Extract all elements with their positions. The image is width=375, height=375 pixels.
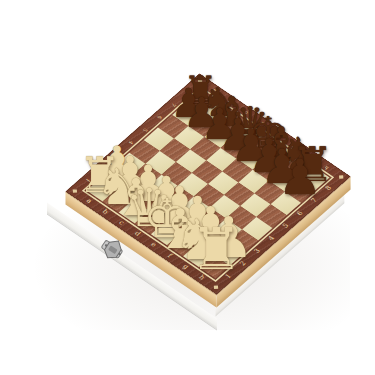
- chess-set-photo: aabbccddeeffgghh1122334455667788 ♜♞♝♛♚♝♞…: [0, 0, 375, 375]
- frame-corner-ornament-3: [214, 286, 218, 289]
- frame-corner-ornament-1: [339, 175, 343, 178]
- frame-corner-ornament-2: [73, 189, 77, 192]
- frame-corner-ornament-0: [198, 79, 202, 82]
- metal-clasp-icon: [95, 236, 129, 266]
